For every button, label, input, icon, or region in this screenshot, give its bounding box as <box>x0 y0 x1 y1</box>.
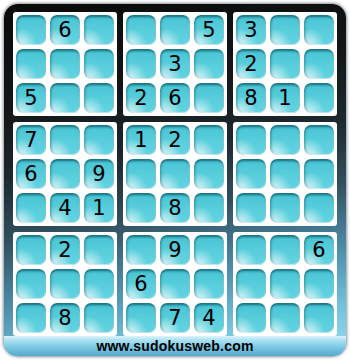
cell-r8c2[interactable] <box>50 269 80 299</box>
box-2-2: 128 <box>123 122 227 226</box>
cell-r8c7[interactable] <box>236 269 266 299</box>
cell-r4c3[interactable] <box>84 125 114 155</box>
cell-r7c9[interactable]: 6 <box>304 235 334 265</box>
cell-r3c9[interactable] <box>304 83 334 113</box>
cell-r7c5[interactable]: 9 <box>160 235 190 265</box>
cell-r6c2[interactable]: 4 <box>50 193 80 223</box>
cell-r7c7[interactable] <box>236 235 266 265</box>
cell-r5c6[interactable] <box>194 159 224 189</box>
cell-r6c3[interactable]: 1 <box>84 193 114 223</box>
cell-r4c1[interactable]: 7 <box>16 125 46 155</box>
cell-r3c5[interactable]: 6 <box>160 83 190 113</box>
cell-r6c4[interactable] <box>126 193 156 223</box>
cell-r9c2[interactable]: 8 <box>50 303 80 333</box>
cell-r5c7[interactable] <box>236 159 266 189</box>
cell-r3c1[interactable]: 5 <box>16 83 46 113</box>
cell-r4c9[interactable] <box>304 125 334 155</box>
cell-r6c8[interactable] <box>270 193 300 223</box>
cell-r4c5[interactable]: 2 <box>160 125 190 155</box>
cell-r1c2[interactable]: 6 <box>50 15 80 45</box>
cell-r6c6[interactable] <box>194 193 224 223</box>
cell-r8c3[interactable] <box>84 269 114 299</box>
box-2-3 <box>233 122 337 226</box>
box-1-3: 3281 <box>233 12 337 116</box>
cell-r8c6[interactable] <box>194 269 224 299</box>
cell-r2c7[interactable]: 2 <box>236 49 266 79</box>
sudoku-board: 6553263281769411282896746 www.sudokusweb… <box>4 4 346 356</box>
cell-r9c3[interactable] <box>84 303 114 333</box>
box-1-2: 5326 <box>123 12 227 116</box>
cell-r5c3[interactable]: 9 <box>84 159 114 189</box>
cell-r8c8[interactable] <box>270 269 300 299</box>
cell-r1c6[interactable]: 5 <box>194 15 224 45</box>
cell-r9c1[interactable] <box>16 303 46 333</box>
box-3-2: 9674 <box>123 232 227 336</box>
cell-r1c7[interactable]: 3 <box>236 15 266 45</box>
cell-r1c8[interactable] <box>270 15 300 45</box>
cell-r9c7[interactable] <box>236 303 266 333</box>
cell-r2c9[interactable] <box>304 49 334 79</box>
cell-r3c2[interactable] <box>50 83 80 113</box>
cell-r3c6[interactable] <box>194 83 224 113</box>
box-2-1: 76941 <box>13 122 117 226</box>
cell-r9c6[interactable]: 4 <box>194 303 224 333</box>
cell-r5c4[interactable] <box>126 159 156 189</box>
cell-r2c6[interactable] <box>194 49 224 79</box>
cell-r1c9[interactable] <box>304 15 334 45</box>
cell-r8c9[interactable] <box>304 269 334 299</box>
cell-r7c4[interactable] <box>126 235 156 265</box>
cell-r2c8[interactable] <box>270 49 300 79</box>
cell-r7c8[interactable] <box>270 235 300 265</box>
cell-r1c5[interactable] <box>160 15 190 45</box>
cell-r1c3[interactable] <box>84 15 114 45</box>
cell-r8c1[interactable] <box>16 269 46 299</box>
cell-r2c3[interactable] <box>84 49 114 79</box>
sudoku-grid: 6553263281769411282896746 <box>13 12 337 336</box>
cell-r6c1[interactable] <box>16 193 46 223</box>
cell-r9c5[interactable]: 7 <box>160 303 190 333</box>
cell-r6c5[interactable]: 8 <box>160 193 190 223</box>
cell-r7c3[interactable] <box>84 235 114 265</box>
cell-r6c9[interactable] <box>304 193 334 223</box>
site-url: www.sudokusweb.com <box>96 338 253 354</box>
cell-r1c4[interactable] <box>126 15 156 45</box>
cell-r3c3[interactable] <box>84 83 114 113</box>
cell-r2c4[interactable] <box>126 49 156 79</box>
cell-r5c1[interactable]: 6 <box>16 159 46 189</box>
cell-r3c4[interactable]: 2 <box>126 83 156 113</box>
cell-r2c2[interactable] <box>50 49 80 79</box>
cell-r4c2[interactable] <box>50 125 80 155</box>
cell-r7c6[interactable] <box>194 235 224 265</box>
cell-r6c7[interactable] <box>236 193 266 223</box>
cell-r5c2[interactable] <box>50 159 80 189</box>
box-3-1: 28 <box>13 232 117 336</box>
cell-r5c5[interactable] <box>160 159 190 189</box>
box-1-1: 65 <box>13 12 117 116</box>
cell-r5c9[interactable] <box>304 159 334 189</box>
cell-r5c8[interactable] <box>270 159 300 189</box>
cell-r9c4[interactable] <box>126 303 156 333</box>
cell-r4c7[interactable] <box>236 125 266 155</box>
cell-r2c1[interactable] <box>16 49 46 79</box>
cell-r1c1[interactable] <box>16 15 46 45</box>
cell-r7c1[interactable] <box>16 235 46 265</box>
cell-r4c4[interactable]: 1 <box>126 125 156 155</box>
cell-r4c6[interactable] <box>194 125 224 155</box>
cell-r9c9[interactable] <box>304 303 334 333</box>
box-3-3: 6 <box>233 232 337 336</box>
cell-r2c5[interactable]: 3 <box>160 49 190 79</box>
cell-r7c2[interactable]: 2 <box>50 235 80 265</box>
cell-r9c8[interactable] <box>270 303 300 333</box>
cell-r8c5[interactable] <box>160 269 190 299</box>
cell-r4c8[interactable] <box>270 125 300 155</box>
cell-r3c7[interactable]: 8 <box>236 83 266 113</box>
cell-r8c4[interactable]: 6 <box>126 269 156 299</box>
cell-r3c8[interactable]: 1 <box>270 83 300 113</box>
footer-bar: www.sudokusweb.com <box>4 336 346 356</box>
